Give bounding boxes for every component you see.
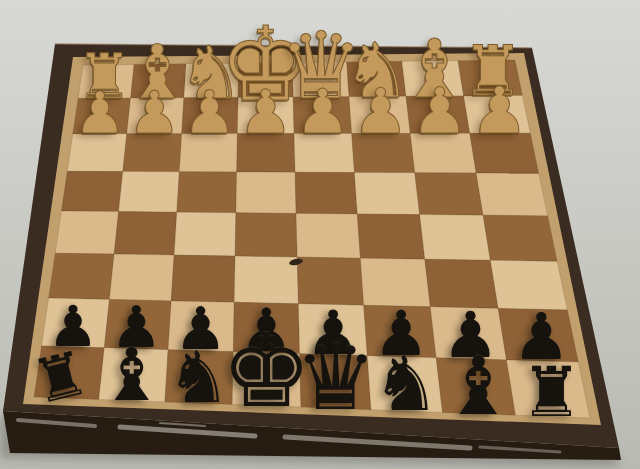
square-g5[interactable] — [114, 212, 177, 256]
square-b4[interactable] — [415, 173, 483, 215]
piece-white-pawn-c2[interactable]: ♟ — [352, 81, 408, 144]
piece-white-pawn-a2[interactable]: ♟ — [470, 79, 528, 144]
square-a5[interactable] — [483, 215, 557, 261]
piece-white-pawn-g2[interactable]: ♟ — [128, 84, 181, 143]
square-d5[interactable] — [296, 213, 360, 258]
square-f4[interactable] — [177, 172, 237, 213]
piece-black-bishop-b8[interactable]: ♝ — [442, 345, 514, 425]
square-d4[interactable] — [295, 172, 357, 214]
piece-white-pawn-h2[interactable]: ♟ — [74, 85, 126, 143]
piece-black-queen-d8[interactable]: ♛ — [295, 331, 377, 422]
piece-black-bishop-g8[interactable]: ♝ — [99, 339, 164, 412]
piece-white-pawn-f2[interactable]: ♟ — [183, 83, 237, 143]
square-f5[interactable] — [174, 212, 236, 256]
chessboard-photo: ♜♝♞♚♛♞♝♜♟♟♟♟♟♟♟♟♟♟♟♟♟♟♟♟♜♝♞♚♛♞♝♜ — [0, 0, 640, 469]
square-e5[interactable] — [235, 213, 297, 257]
square-h5[interactable] — [55, 211, 118, 254]
square-c4[interactable] — [354, 173, 419, 215]
square-a4[interactable] — [476, 173, 548, 216]
square-c5[interactable] — [357, 214, 425, 259]
piece-white-pawn-d2[interactable]: ♟ — [295, 82, 350, 144]
piece-white-pawn-e2[interactable]: ♟ — [238, 82, 292, 143]
piece-black-rook-a8[interactable]: ♜ — [521, 357, 583, 426]
piece-white-pawn-b2[interactable]: ♟ — [411, 80, 468, 144]
square-g4[interactable] — [119, 172, 180, 213]
square-b5[interactable] — [420, 215, 491, 261]
square-e4[interactable] — [236, 172, 296, 213]
piece-black-knight-c8[interactable]: ♞ — [372, 347, 440, 423]
square-h4[interactable] — [61, 171, 122, 211]
